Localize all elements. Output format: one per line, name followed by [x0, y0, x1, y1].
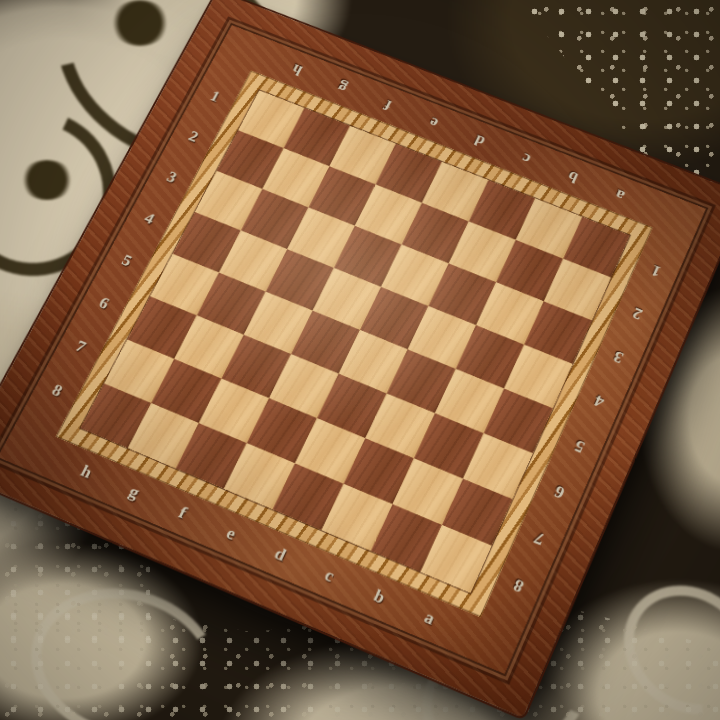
carpet-motif	[110, 0, 170, 46]
chess-table: hgfedcba hgfedcba 12345678 12345678	[44, 69, 676, 619]
carpet-motif	[20, 160, 74, 200]
table-top-rim: hgfedcba hgfedcba 12345678 12345678	[0, 0, 720, 718]
